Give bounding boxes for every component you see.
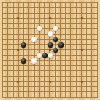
board-cell[interactable] bbox=[31, 58, 36, 63]
board-cell[interactable] bbox=[31, 37, 36, 42]
board-cell[interactable] bbox=[21, 42, 26, 47]
board-cell[interactable] bbox=[42, 53, 47, 58]
board-cell[interactable] bbox=[95, 95, 100, 100]
board-grid bbox=[0, 0, 100, 100]
go-board bbox=[0, 0, 100, 100]
black-stone bbox=[21, 58, 26, 63]
black-stone bbox=[58, 42, 63, 47]
board-cell[interactable] bbox=[21, 58, 26, 63]
black-stone bbox=[48, 42, 53, 47]
white-stone bbox=[31, 58, 36, 63]
board-cell[interactable] bbox=[48, 42, 53, 47]
white-stone bbox=[48, 31, 53, 36]
black-stone bbox=[42, 53, 47, 58]
board-cell[interactable] bbox=[58, 42, 63, 47]
black-stone bbox=[21, 42, 26, 47]
white-stone bbox=[31, 37, 36, 42]
board-cell[interactable] bbox=[48, 31, 53, 36]
